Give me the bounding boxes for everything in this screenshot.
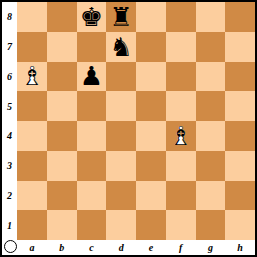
square-h5[interactable]	[225, 91, 255, 121]
square-a7[interactable]	[17, 32, 47, 62]
square-g6[interactable]	[196, 62, 226, 92]
file-label-f: f	[166, 240, 196, 255]
rank-label-3: 3	[2, 151, 17, 181]
square-f5[interactable]	[166, 91, 196, 121]
square-d5[interactable]	[106, 91, 136, 121]
square-d8[interactable]: ♜	[106, 2, 136, 32]
square-f4[interactable]: ♝♗	[166, 121, 196, 151]
square-e7[interactable]	[136, 32, 166, 62]
file-label-a: a	[17, 240, 47, 255]
rank-label-4: 4	[2, 121, 17, 151]
square-b5[interactable]	[47, 91, 77, 121]
square-e2[interactable]	[136, 181, 166, 211]
rank-labels: 87654321	[2, 2, 17, 240]
square-c6[interactable]: ♟	[77, 62, 107, 92]
square-d4[interactable]	[106, 121, 136, 151]
square-g2[interactable]	[196, 181, 226, 211]
chess-board: ♚♜♞♝♗♟♝♗	[17, 2, 255, 240]
square-g3[interactable]	[196, 151, 226, 181]
chess-diagram: 87654321 ♚♜♞♝♗♟♝♗ abcdefgh	[0, 0, 257, 257]
square-g7[interactable]	[196, 32, 226, 62]
file-label-d: d	[106, 240, 136, 255]
square-e3[interactable]	[136, 151, 166, 181]
white-bishop-outline: ♗	[17, 62, 47, 92]
square-e4[interactable]	[136, 121, 166, 151]
square-a1[interactable]	[17, 210, 47, 240]
square-d1[interactable]	[106, 210, 136, 240]
square-c7[interactable]	[77, 32, 107, 62]
square-d2[interactable]	[106, 181, 136, 211]
rank-label-5: 5	[2, 91, 17, 121]
square-g4[interactable]	[196, 121, 226, 151]
rank-label-8: 8	[2, 2, 17, 32]
square-c5[interactable]	[77, 91, 107, 121]
file-label-h: h	[225, 240, 255, 255]
square-h6[interactable]	[225, 62, 255, 92]
rank-label-7: 7	[2, 32, 17, 62]
white-bishop-f4[interactable]: ♝♗	[166, 121, 196, 151]
square-a4[interactable]	[17, 121, 47, 151]
square-e6[interactable]	[136, 62, 166, 92]
square-c8[interactable]: ♚	[77, 2, 107, 32]
square-a5[interactable]	[17, 91, 47, 121]
square-a2[interactable]	[17, 181, 47, 211]
file-label-b: b	[47, 240, 77, 255]
white-to-move-indicator	[4, 240, 17, 253]
square-g1[interactable]	[196, 210, 226, 240]
square-c2[interactable]	[77, 181, 107, 211]
square-g5[interactable]	[196, 91, 226, 121]
square-c4[interactable]	[77, 121, 107, 151]
square-a3[interactable]	[17, 151, 47, 181]
white-bishop-a6[interactable]: ♝♗	[17, 62, 47, 92]
square-a6[interactable]: ♝♗	[17, 62, 47, 92]
white-bishop-outline: ♗	[166, 121, 196, 151]
square-f1[interactable]	[166, 210, 196, 240]
square-a8[interactable]	[17, 2, 47, 32]
square-e8[interactable]	[136, 2, 166, 32]
square-c1[interactable]	[77, 210, 107, 240]
file-labels: abcdefgh	[17, 240, 255, 255]
file-label-g: g	[196, 240, 226, 255]
square-h7[interactable]	[225, 32, 255, 62]
square-h8[interactable]	[225, 2, 255, 32]
square-e1[interactable]	[136, 210, 166, 240]
rank-label-6: 6	[2, 62, 17, 92]
square-h2[interactable]	[225, 181, 255, 211]
square-g8[interactable]	[196, 2, 226, 32]
rank-label-2: 2	[2, 181, 17, 211]
square-h3[interactable]	[225, 151, 255, 181]
black-king-c8[interactable]: ♚	[77, 2, 107, 32]
square-b6[interactable]	[47, 62, 77, 92]
file-label-e: e	[136, 240, 166, 255]
rank-label-1: 1	[2, 210, 17, 240]
square-b4[interactable]	[47, 121, 77, 151]
square-b8[interactable]	[47, 2, 77, 32]
square-c3[interactable]	[77, 151, 107, 181]
square-b7[interactable]	[47, 32, 77, 62]
black-pawn-c6[interactable]: ♟	[77, 62, 107, 92]
black-rook-d8[interactable]: ♜	[106, 2, 136, 32]
square-d3[interactable]	[106, 151, 136, 181]
square-f2[interactable]	[166, 181, 196, 211]
square-f7[interactable]	[166, 32, 196, 62]
square-h4[interactable]	[225, 121, 255, 151]
square-f8[interactable]	[166, 2, 196, 32]
square-b1[interactable]	[47, 210, 77, 240]
board-layout: 87654321 ♚♜♞♝♗♟♝♗ abcdefgh	[2, 2, 255, 255]
file-label-c: c	[77, 240, 107, 255]
square-b3[interactable]	[47, 151, 77, 181]
square-d6[interactable]	[106, 62, 136, 92]
black-knight-d7[interactable]: ♞	[106, 32, 136, 62]
square-e5[interactable]	[136, 91, 166, 121]
square-f3[interactable]	[166, 151, 196, 181]
square-d7[interactable]: ♞	[106, 32, 136, 62]
square-h1[interactable]	[225, 210, 255, 240]
square-f6[interactable]	[166, 62, 196, 92]
square-b2[interactable]	[47, 181, 77, 211]
